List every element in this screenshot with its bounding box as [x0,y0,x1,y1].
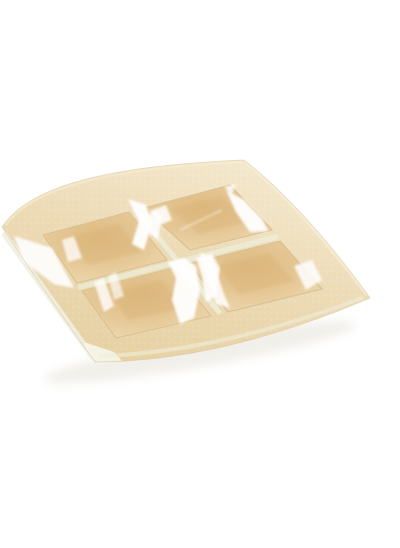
product-photo [0,0,400,548]
serving-dish-illustration [0,0,400,548]
